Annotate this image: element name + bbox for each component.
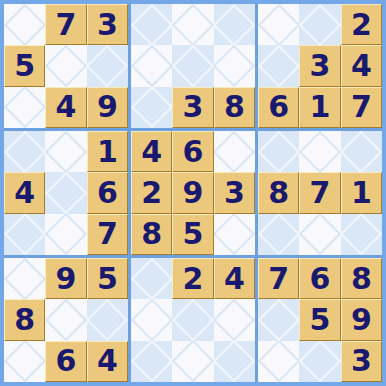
cell-r1c4[interactable] <box>131 4 172 45</box>
diamond-icon <box>131 4 172 45</box>
given-digit: 6 <box>268 92 289 122</box>
cell-r3c6: 8 <box>214 87 255 128</box>
cell-r2c3[interactable] <box>87 45 128 86</box>
cell-r1c5[interactable] <box>172 4 213 45</box>
cell-r4c6[interactable] <box>214 131 255 172</box>
box-2-1: 1467 <box>4 131 128 255</box>
diamond-icon <box>45 214 86 255</box>
given-digit: 7 <box>351 92 372 122</box>
cell-r3c8: 1 <box>299 87 340 128</box>
cell-r9c7[interactable] <box>258 341 299 382</box>
cell-r6c3: 7 <box>87 214 128 255</box>
diamond-icon <box>341 131 382 172</box>
cell-r8c8: 5 <box>299 299 340 340</box>
cell-r9c4[interactable] <box>131 341 172 382</box>
cell-r9c3: 4 <box>87 341 128 382</box>
cell-r3c9: 7 <box>341 87 382 128</box>
diamond-icon <box>4 341 45 382</box>
cell-r7c6: 4 <box>214 258 255 299</box>
diamond-icon <box>4 87 45 128</box>
cell-r9c9: 3 <box>341 341 382 382</box>
given-digit: 5 <box>97 264 118 294</box>
given-digit: 8 <box>268 178 289 208</box>
diamond-icon <box>214 45 255 86</box>
sudoku-board: 7354938234617146746293858719586424768593 <box>0 0 386 386</box>
given-digit: 9 <box>97 92 118 122</box>
diamond-icon <box>258 131 299 172</box>
cell-r8c9: 9 <box>341 299 382 340</box>
cell-r7c4[interactable] <box>131 258 172 299</box>
cell-r5c7: 8 <box>258 172 299 213</box>
given-digit: 4 <box>56 92 77 122</box>
given-digit: 5 <box>310 305 331 335</box>
diamond-icon <box>214 299 255 340</box>
cell-r1c2: 7 <box>45 4 86 45</box>
diamond-icon <box>299 131 340 172</box>
cell-r4c2[interactable] <box>45 131 86 172</box>
box-2-3: 871 <box>258 131 382 255</box>
cell-r9c8[interactable] <box>299 341 340 382</box>
cell-r9c5[interactable] <box>172 341 213 382</box>
diamond-icon <box>258 299 299 340</box>
cell-r5c1: 4 <box>4 172 45 213</box>
given-digit: 6 <box>56 346 77 376</box>
box-3-1: 95864 <box>4 258 128 382</box>
cell-r9c1[interactable] <box>4 341 45 382</box>
diamond-icon <box>172 4 213 45</box>
cell-r7c8: 6 <box>299 258 340 299</box>
cell-r3c5: 3 <box>172 87 213 128</box>
given-digit: 8 <box>141 219 162 249</box>
cell-r1c1[interactable] <box>4 4 45 45</box>
cell-r8c6[interactable] <box>214 299 255 340</box>
cell-r6c6[interactable] <box>214 214 255 255</box>
diamond-icon <box>172 299 213 340</box>
cell-r2c8: 3 <box>299 45 340 86</box>
cell-r5c6: 3 <box>214 172 255 213</box>
diamond-icon <box>258 45 299 86</box>
given-digit: 7 <box>56 10 77 40</box>
cell-r6c2[interactable] <box>45 214 86 255</box>
given-digit: 1 <box>97 137 118 167</box>
cell-r6c8[interactable] <box>299 214 340 255</box>
diamond-icon <box>172 341 213 382</box>
diamond-icon <box>258 214 299 255</box>
given-digit: 7 <box>310 178 331 208</box>
diamond-icon <box>214 341 255 382</box>
given-digit: 4 <box>141 137 162 167</box>
cell-r5c9: 1 <box>341 172 382 213</box>
diamond-icon <box>172 45 213 86</box>
cell-r1c6[interactable] <box>214 4 255 45</box>
cell-r7c5: 2 <box>172 258 213 299</box>
given-digit: 4 <box>224 264 245 294</box>
given-digit: 1 <box>351 178 372 208</box>
given-digit: 8 <box>351 264 372 294</box>
cell-r6c1[interactable] <box>4 214 45 255</box>
cell-r2c1: 5 <box>4 45 45 86</box>
cell-r5c8: 7 <box>299 172 340 213</box>
cell-r3c7: 6 <box>258 87 299 128</box>
cell-r1c8[interactable] <box>299 4 340 45</box>
cell-r3c3: 9 <box>87 87 128 128</box>
diamond-icon <box>299 341 340 382</box>
diamond-icon <box>214 4 255 45</box>
cell-r5c5: 9 <box>172 172 213 213</box>
cell-r2c7[interactable] <box>258 45 299 86</box>
cell-r7c2: 9 <box>45 258 86 299</box>
diamond-icon <box>4 214 45 255</box>
cell-r4c5: 6 <box>172 131 213 172</box>
given-digit: 2 <box>141 178 162 208</box>
cell-r5c2[interactable] <box>45 172 86 213</box>
box-1-3: 234617 <box>258 4 382 128</box>
given-digit: 8 <box>14 305 35 335</box>
given-digit: 8 <box>224 92 245 122</box>
cell-r7c1[interactable] <box>4 258 45 299</box>
diamond-icon <box>87 299 128 340</box>
cell-r3c4[interactable] <box>131 87 172 128</box>
cell-r5c4: 2 <box>131 172 172 213</box>
given-digit: 4 <box>97 346 118 376</box>
cell-r7c9: 8 <box>341 258 382 299</box>
cell-r2c9: 4 <box>341 45 382 86</box>
given-digit: 6 <box>183 137 204 167</box>
given-digit: 5 <box>183 219 204 249</box>
diamond-icon <box>87 45 128 86</box>
cell-r7c3: 5 <box>87 258 128 299</box>
cell-r2c2[interactable] <box>45 45 86 86</box>
given-digit: 9 <box>351 305 372 335</box>
cell-r9c2: 6 <box>45 341 86 382</box>
cell-r3c1[interactable] <box>4 87 45 128</box>
cell-r8c5[interactable] <box>172 299 213 340</box>
cell-r1c7[interactable] <box>258 4 299 45</box>
diamond-icon <box>4 4 45 45</box>
diamond-icon <box>299 4 340 45</box>
given-digit: 2 <box>351 10 372 40</box>
cell-r9c6[interactable] <box>214 341 255 382</box>
box-2-2: 4629385 <box>131 131 255 255</box>
diamond-icon <box>45 45 86 86</box>
box-1-2: 38 <box>131 4 255 128</box>
box-3-2: 24 <box>131 258 255 382</box>
given-digit: 3 <box>351 346 372 376</box>
diamond-icon <box>341 214 382 255</box>
given-digit: 9 <box>56 264 77 294</box>
given-digit: 1 <box>310 92 331 122</box>
given-digit: 6 <box>310 264 331 294</box>
box-3-3: 768593 <box>258 258 382 382</box>
cell-r8c3[interactable] <box>87 299 128 340</box>
diamond-icon <box>45 172 86 213</box>
diamond-icon <box>214 131 255 172</box>
given-digit: 5 <box>14 51 35 81</box>
cell-r2c4[interactable] <box>131 45 172 86</box>
given-digit: 9 <box>183 178 204 208</box>
cell-r6c9[interactable] <box>341 214 382 255</box>
cell-r5c3: 6 <box>87 172 128 213</box>
diamond-icon <box>299 214 340 255</box>
cell-r2c6[interactable] <box>214 45 255 86</box>
diamond-icon <box>4 258 45 299</box>
diamond-icon <box>45 299 86 340</box>
diamond-icon <box>131 87 172 128</box>
cell-r8c2[interactable] <box>45 299 86 340</box>
cell-r4c1[interactable] <box>4 131 45 172</box>
cell-r4c8[interactable] <box>299 131 340 172</box>
sudoku-board-boxes: 7354938234617146746293858719586424768593 <box>4 4 382 382</box>
diamond-icon <box>258 341 299 382</box>
cell-r4c7[interactable] <box>258 131 299 172</box>
cell-r8c4[interactable] <box>131 299 172 340</box>
diamond-icon <box>131 341 172 382</box>
given-digit: 3 <box>97 10 118 40</box>
given-digit: 4 <box>14 178 35 208</box>
given-digit: 3 <box>224 178 245 208</box>
given-digit: 6 <box>97 178 118 208</box>
diamond-icon <box>258 4 299 45</box>
cell-r4c3: 1 <box>87 131 128 172</box>
diamond-icon <box>131 258 172 299</box>
cell-r7c7: 7 <box>258 258 299 299</box>
diamond-icon <box>4 131 45 172</box>
cell-r6c7[interactable] <box>258 214 299 255</box>
cell-r6c4: 8 <box>131 214 172 255</box>
cell-r4c9[interactable] <box>341 131 382 172</box>
given-digit: 3 <box>310 51 331 81</box>
cell-r1c3: 3 <box>87 4 128 45</box>
given-digit: 3 <box>183 92 204 122</box>
given-digit: 4 <box>351 51 372 81</box>
cell-r2c5[interactable] <box>172 45 213 86</box>
cell-r1c9: 2 <box>341 4 382 45</box>
given-digit: 7 <box>268 264 289 294</box>
box-1-1: 73549 <box>4 4 128 128</box>
given-digit: 2 <box>183 264 204 294</box>
cell-r4c4: 4 <box>131 131 172 172</box>
diamond-icon <box>131 45 172 86</box>
cell-r8c1: 8 <box>4 299 45 340</box>
cell-r6c5: 5 <box>172 214 213 255</box>
cell-r3c2: 4 <box>45 87 86 128</box>
diamond-icon <box>214 214 255 255</box>
cell-r8c7[interactable] <box>258 299 299 340</box>
diamond-icon <box>45 131 86 172</box>
given-digit: 7 <box>97 219 118 249</box>
diamond-icon <box>131 299 172 340</box>
